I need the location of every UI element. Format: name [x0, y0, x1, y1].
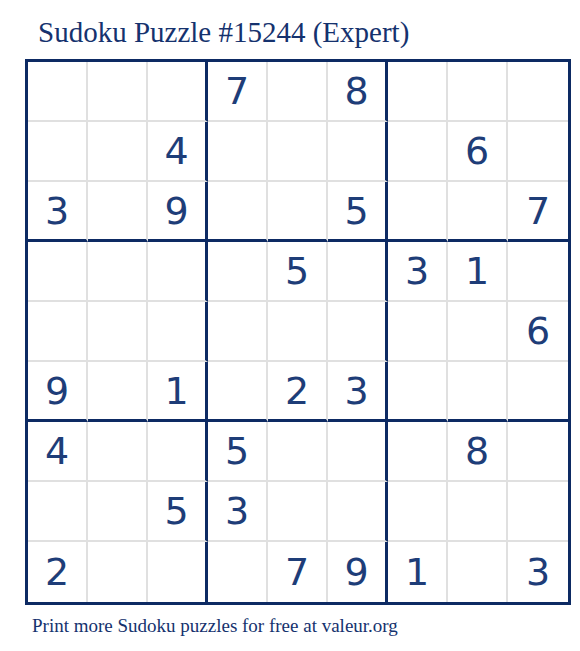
sudoku-page: Sudoku Puzzle #15244 (Expert) 7846395753…: [0, 0, 580, 651]
page-title: Sudoku Puzzle #15244 (Expert): [38, 16, 409, 49]
cell-r9c3: [148, 542, 208, 602]
cell-r4c5: 5: [268, 242, 328, 302]
cell-r2c4: [208, 122, 268, 182]
cell-r5c9: 6: [508, 302, 568, 362]
cell-r8c1: [28, 482, 88, 542]
cell-r3c8: [448, 182, 508, 242]
cell-r9c8: [448, 542, 508, 602]
cell-r9c7: 1: [388, 542, 448, 602]
cell-r2c9: [508, 122, 568, 182]
cell-r3c4: [208, 182, 268, 242]
cell-r9c2: [88, 542, 148, 602]
cell-r2c7: [388, 122, 448, 182]
cell-r2c5: [268, 122, 328, 182]
cell-r4c8: 1: [448, 242, 508, 302]
cell-r1c1: [28, 62, 88, 122]
cell-r9c1: 2: [28, 542, 88, 602]
cell-r5c1: [28, 302, 88, 362]
cell-r5c6: [328, 302, 388, 362]
cell-r9c4: [208, 542, 268, 602]
cell-r6c7: [388, 362, 448, 422]
cell-r2c3: 4: [148, 122, 208, 182]
cell-r6c8: [448, 362, 508, 422]
cell-r7c2: [88, 422, 148, 482]
footer-text: Print more Sudoku puzzles for free at va…: [32, 615, 398, 637]
cell-r5c8: [448, 302, 508, 362]
cell-r1c3: [148, 62, 208, 122]
cell-r6c5: 2: [268, 362, 328, 422]
cell-r3c2: [88, 182, 148, 242]
cell-r8c6: [328, 482, 388, 542]
cell-r2c6: [328, 122, 388, 182]
cell-r3c1: 3: [28, 182, 88, 242]
cell-r1c2: [88, 62, 148, 122]
cell-r4c9: [508, 242, 568, 302]
cell-r1c8: [448, 62, 508, 122]
cell-r6c9: [508, 362, 568, 422]
cell-r8c5: [268, 482, 328, 542]
cell-r6c2: [88, 362, 148, 422]
cell-r7c8: 8: [448, 422, 508, 482]
cell-r6c6: 3: [328, 362, 388, 422]
cell-r5c3: [148, 302, 208, 362]
cell-r8c2: [88, 482, 148, 542]
cell-r2c8: 6: [448, 122, 508, 182]
cell-r5c2: [88, 302, 148, 362]
cell-r7c7: [388, 422, 448, 482]
cell-r1c7: [388, 62, 448, 122]
cell-r6c1: 9: [28, 362, 88, 422]
cell-r9c9: 3: [508, 542, 568, 602]
cell-r1c5: [268, 62, 328, 122]
cell-r3c5: [268, 182, 328, 242]
cell-r5c7: [388, 302, 448, 362]
cell-r8c4: 3: [208, 482, 268, 542]
sudoku-board: 78463957531691234585327913: [25, 59, 571, 605]
cell-r5c5: [268, 302, 328, 362]
cell-r4c2: [88, 242, 148, 302]
cell-r9c6: 9: [328, 542, 388, 602]
cell-r2c2: [88, 122, 148, 182]
cell-r4c7: 3: [388, 242, 448, 302]
cell-r7c9: [508, 422, 568, 482]
cell-r6c3: 1: [148, 362, 208, 422]
cell-r4c4: [208, 242, 268, 302]
cell-r3c7: [388, 182, 448, 242]
cell-r8c7: [388, 482, 448, 542]
cell-r3c9: 7: [508, 182, 568, 242]
cell-r8c8: [448, 482, 508, 542]
cell-r3c6: 5: [328, 182, 388, 242]
cell-r8c3: 5: [148, 482, 208, 542]
cell-r5c4: [208, 302, 268, 362]
cell-r8c9: [508, 482, 568, 542]
cell-r2c1: [28, 122, 88, 182]
cell-r3c3: 9: [148, 182, 208, 242]
cell-r1c6: 8: [328, 62, 388, 122]
cell-r1c4: 7: [208, 62, 268, 122]
cell-r7c6: [328, 422, 388, 482]
cell-r6c4: [208, 362, 268, 422]
cell-r4c1: [28, 242, 88, 302]
cell-r7c1: 4: [28, 422, 88, 482]
cell-r4c6: [328, 242, 388, 302]
cell-r1c9: [508, 62, 568, 122]
cell-r9c5: 7: [268, 542, 328, 602]
cell-r7c3: [148, 422, 208, 482]
cell-r4c3: [148, 242, 208, 302]
cell-r7c4: 5: [208, 422, 268, 482]
cell-r7c5: [268, 422, 328, 482]
